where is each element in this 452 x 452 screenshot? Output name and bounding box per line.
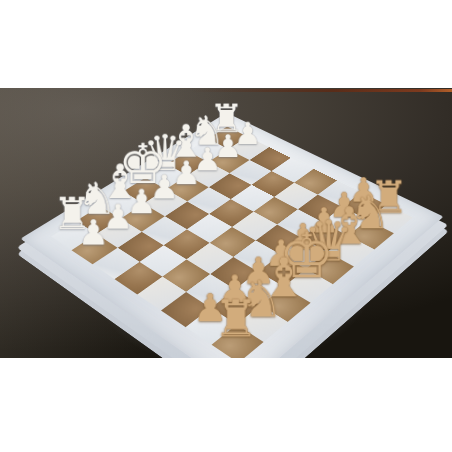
square-c4 xyxy=(231,185,275,212)
square-a1: ♜ xyxy=(208,127,248,150)
square-e4 xyxy=(187,214,232,243)
square-c2: ♟ xyxy=(187,162,229,187)
square-b3 xyxy=(229,160,271,185)
scene: ♜♟♟♜♞♟♟♞♝♟♟♝♛♟♟♛♚♟♟♚♝♟♟♝♞♟♟♞♜♟♟♜ xyxy=(0,88,452,358)
chess-set-photo: ♜♟♟♜♞♟♟♞♝♟♟♝♛♟♟♛♚♟♟♚♝♟♟♝♞♟♟♞♜♟♟♜ xyxy=(0,88,452,358)
square-b1: ♞ xyxy=(188,139,229,162)
white-pawn-d2: ♟ xyxy=(172,157,201,189)
square-a4 xyxy=(271,158,313,183)
white-pawn-e2: ♟ xyxy=(150,170,179,203)
square-d1: ♛ xyxy=(145,164,187,189)
white-king-e1: ♚ xyxy=(118,137,167,192)
white-pawn-b2: ♟ xyxy=(214,130,242,161)
square-b4 xyxy=(251,171,294,197)
chess-board: ♜♟♟♜♞♟♟♞♝♟♟♝♛♟♟♛♚♟♟♚♝♟♟♝♞♟♟♞♜♟♟♜ xyxy=(51,127,413,358)
square-b2: ♟ xyxy=(208,149,249,173)
square-e2: ♟ xyxy=(144,189,188,216)
square-c1: ♝ xyxy=(167,151,208,175)
white-pawn-h2: ♟ xyxy=(78,215,109,250)
square-a3 xyxy=(250,147,291,171)
white-knight-b1: ♞ xyxy=(189,110,225,150)
square-e3 xyxy=(165,201,209,229)
square-d4 xyxy=(209,199,253,227)
white-pawn-a2: ♟ xyxy=(234,118,261,149)
white-queen-d1: ♛ xyxy=(143,128,187,177)
product-photo-page: { "game": "chess", "scene": "product pho… xyxy=(0,0,452,452)
white-rook-a1: ♜ xyxy=(209,99,244,138)
square-d3 xyxy=(187,187,231,214)
square-c3 xyxy=(209,173,252,199)
white-bishop-c1: ♝ xyxy=(166,119,206,164)
white-pawn-c2: ♟ xyxy=(193,143,221,175)
square-a2: ♟ xyxy=(228,137,269,160)
tan-rook-h8: ♜ xyxy=(213,294,258,345)
square-d2: ♟ xyxy=(166,176,209,202)
